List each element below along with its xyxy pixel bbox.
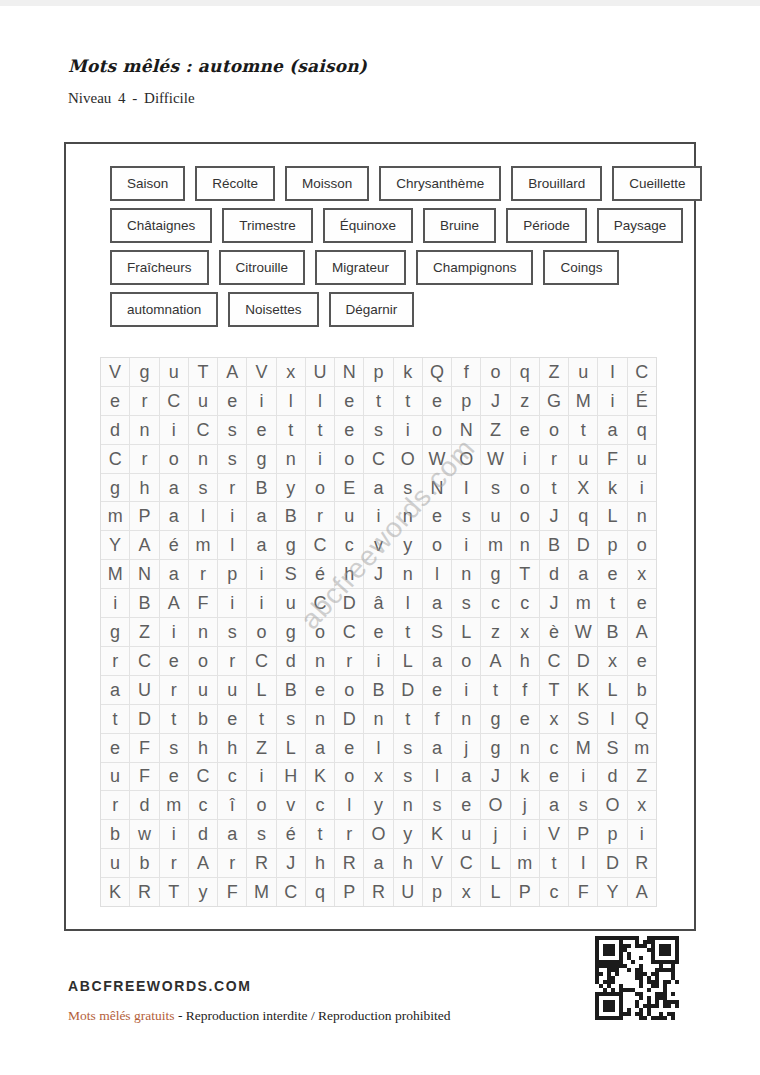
grid-cell: s (394, 474, 422, 502)
grid-cell: p (218, 560, 246, 588)
page-top-edge (0, 0, 760, 6)
grid-cell: B (540, 531, 568, 559)
grid-cell: U (306, 358, 334, 386)
grid-cell: o (189, 647, 217, 675)
grid-cell: R (247, 849, 275, 877)
grid-cell: t (481, 676, 509, 704)
grid-cell: s (364, 416, 392, 444)
grid-cell: a (569, 560, 597, 588)
grid-cell: g (481, 734, 509, 762)
grid-cell: c (540, 734, 568, 762)
grid-cell: S (569, 705, 597, 733)
grid-cell: i (364, 502, 392, 530)
grid-cell: k (394, 358, 422, 386)
grid-cell: e (160, 763, 188, 791)
grid-cell: i (511, 820, 539, 848)
grid-cell: n (628, 502, 656, 530)
grid-cell: è (540, 618, 568, 646)
word-box: Paysage (597, 208, 684, 243)
grid-cell: e (628, 647, 656, 675)
grid-cell: z (511, 387, 539, 415)
grid-cell: L (481, 849, 509, 877)
grid-cell: j (481, 820, 509, 848)
grid-cell: D (335, 705, 363, 733)
grid-cell: u (277, 589, 305, 617)
grid-cell: R (335, 849, 363, 877)
grid-cell: r (160, 676, 188, 704)
grid-cell: C (306, 589, 334, 617)
grid-cell: é (306, 560, 334, 588)
grid-cell: n (277, 445, 305, 473)
grid-cell: b (189, 705, 217, 733)
grid-cell: K (569, 676, 597, 704)
grid-cell: A (628, 878, 656, 906)
grid-cell: I (598, 705, 626, 733)
grid-cell: K (423, 820, 451, 848)
grid-cell: i (160, 820, 188, 848)
grid-cell: c (306, 791, 334, 819)
grid-cell: v (364, 531, 392, 559)
grid-cell: T (160, 878, 188, 906)
grid-cell: i (628, 820, 656, 848)
grid-cell: g (277, 618, 305, 646)
grid-cell: g (481, 560, 509, 588)
grid-cell: e (160, 647, 188, 675)
grid-cell: T (511, 560, 539, 588)
grid-cell: W (423, 445, 451, 473)
grid-cell: F (218, 878, 246, 906)
grid-cell: x (540, 705, 568, 733)
word-box: Chrysanthème (379, 166, 501, 201)
grid-cell: O (452, 445, 480, 473)
grid-cell: t (394, 705, 422, 733)
grid-cell: C (628, 358, 656, 386)
grid-cell: D (598, 849, 626, 877)
grid-cell: w (130, 820, 158, 848)
word-box: Cueillette (612, 166, 702, 201)
grid-cell: V (540, 820, 568, 848)
grid-cell: o (423, 416, 451, 444)
grid-cell: i (364, 647, 392, 675)
grid-cell: C (160, 387, 188, 415)
grid-cell: s (394, 763, 422, 791)
grid-cell: r (218, 849, 246, 877)
grid-cell: J (277, 849, 305, 877)
grid-cell: u (189, 387, 217, 415)
grid-cell: t (394, 618, 422, 646)
grid-cell: r (335, 647, 363, 675)
grid-cell: D (394, 676, 422, 704)
puzzle-page: Mots mêlés : automne (saison) Niveau 4 -… (0, 0, 760, 1075)
grid-cell: e (423, 676, 451, 704)
grid-cell: p (598, 820, 626, 848)
grid-cell: z (481, 618, 509, 646)
grid-cell: C (189, 763, 217, 791)
grid-cell: a (160, 502, 188, 530)
grid-cell: I (569, 849, 597, 877)
grid-cell: C (101, 445, 129, 473)
grid-cell: C (247, 647, 275, 675)
grid-cell: r (540, 445, 568, 473)
grid-cell: o (628, 531, 656, 559)
grid-cell: d (277, 647, 305, 675)
grid-cell: n (306, 647, 334, 675)
grid-cell: V (247, 358, 275, 386)
grid-cell: h (189, 734, 217, 762)
qr-code (595, 936, 679, 1020)
grid-cell: a (160, 560, 188, 588)
grid-cell: B (277, 502, 305, 530)
grid-cell: t (247, 705, 275, 733)
word-box: Champignons (416, 250, 533, 285)
grid-cell: e (540, 763, 568, 791)
grid-cell: p (423, 878, 451, 906)
site-name: ABCFREEWORDS.COM (68, 978, 251, 994)
grid-cell: i (394, 416, 422, 444)
grid-cell: J (481, 387, 509, 415)
grid-cell: Z (481, 416, 509, 444)
grid-cell: i (101, 589, 129, 617)
grid-cell: e (247, 416, 275, 444)
grid-cell: N (423, 474, 451, 502)
grid-cell: J (540, 502, 568, 530)
grid-cell: K (306, 763, 334, 791)
grid-cell: s (452, 589, 480, 617)
grid-cell: l (189, 502, 217, 530)
grid-cell: B (277, 676, 305, 704)
grid-cell: o (306, 618, 334, 646)
grid-cell: m (101, 502, 129, 530)
grid-cell: e (364, 618, 392, 646)
grid-cell: o (511, 502, 539, 530)
word-box: Trimestre (222, 208, 313, 243)
grid-cell: F (130, 763, 158, 791)
grid-cell: n (189, 445, 217, 473)
grid-cell: n (394, 502, 422, 530)
grid-cell: D (569, 531, 597, 559)
grid-cell: N (130, 560, 158, 588)
grid-cell: L (598, 676, 626, 704)
qr-module (675, 1016, 679, 1020)
grid-cell: i (598, 387, 626, 415)
grid-cell: o (511, 474, 539, 502)
word-box: Brouillard (511, 166, 602, 201)
grid-cell: i (218, 502, 246, 530)
grid-cell: y (394, 820, 422, 848)
word-box: Bruine (423, 208, 496, 243)
grid-cell: t (540, 849, 568, 877)
grid-cell: g (277, 531, 305, 559)
grid-cell: o (247, 618, 275, 646)
grid-cell: i (628, 474, 656, 502)
grid-cell: V (101, 358, 129, 386)
grid-cell: P (335, 878, 363, 906)
grid-cell: u (335, 502, 363, 530)
grid-cell: S (423, 618, 451, 646)
difficulty-level: Niveau 4 - Difficile (68, 90, 195, 107)
grid-cell: h (218, 734, 246, 762)
grid-cell: h (511, 647, 539, 675)
grid-cell: c (511, 589, 539, 617)
grid-cell: d (598, 763, 626, 791)
grid-cell: Q (628, 705, 656, 733)
grid-cell: e (452, 791, 480, 819)
grid-cell: Y (101, 531, 129, 559)
grid-cell: e (218, 705, 246, 733)
grid-cell: u (569, 445, 597, 473)
grid-cell: i (160, 416, 188, 444)
grid-cell: g (247, 445, 275, 473)
grid-cell: C (452, 849, 480, 877)
word-box: Moisson (285, 166, 369, 201)
grid-cell: é (160, 531, 188, 559)
grid-cell: N (335, 358, 363, 386)
grid-cell: R (364, 878, 392, 906)
grid-cell: a (247, 531, 275, 559)
grid-cell: U (394, 878, 422, 906)
grid-cell: r (335, 820, 363, 848)
grid-cell: O (394, 445, 422, 473)
grid-cell: J (481, 763, 509, 791)
word-box: Migrateur (315, 250, 406, 285)
grid-cell: H (277, 763, 305, 791)
grid-cell: Z (247, 734, 275, 762)
grid-cell: A (218, 358, 246, 386)
grid-cell: é (277, 820, 305, 848)
grid-cell: u (569, 358, 597, 386)
grid-cell: a (101, 676, 129, 704)
grid-cell: Z (628, 763, 656, 791)
grid-cell: S (277, 560, 305, 588)
grid-cell: o (160, 445, 188, 473)
grid-cell: F (189, 589, 217, 617)
grid-cell: t (540, 474, 568, 502)
grid-cell: u (160, 358, 188, 386)
grid-cell: l (423, 560, 451, 588)
word-box: Saison (110, 166, 185, 201)
grid-cell: l (335, 791, 363, 819)
grid-cell: a (218, 820, 246, 848)
grid-cell: n (394, 560, 422, 588)
grid-cell: e (511, 416, 539, 444)
grid-cell: E (335, 474, 363, 502)
grid-cell: A (160, 589, 188, 617)
grid-cell: i (569, 763, 597, 791)
grid-cell: É (628, 387, 656, 415)
grid-cell: n (452, 560, 480, 588)
grid-cell: o (306, 474, 334, 502)
tagline-accent: Mots mêlés gratuits (68, 1008, 175, 1023)
grid-cell: v (277, 791, 305, 819)
grid-cell: q (306, 878, 334, 906)
word-row: SaisonRécolteMoissonChrysanthèmeBrouilla… (110, 166, 655, 201)
grid-cell: L (598, 502, 626, 530)
grid-cell: i (247, 589, 275, 617)
grid-cell: n (511, 531, 539, 559)
grid-cell: r (306, 502, 334, 530)
grid-cell: j (452, 734, 480, 762)
grid-cell: C (335, 618, 363, 646)
grid-cell: M (247, 878, 275, 906)
grid-cell: c (335, 531, 363, 559)
grid-cell: o (540, 416, 568, 444)
grid-cell: W (481, 445, 509, 473)
grid-cell: x (364, 763, 392, 791)
grid-cell: r (101, 647, 129, 675)
word-box: Fraîcheurs (110, 250, 209, 285)
grid-cell: N (452, 416, 480, 444)
grid-cell: n (364, 705, 392, 733)
grid-cell: m (511, 849, 539, 877)
word-box: Citrouille (219, 250, 306, 285)
grid-cell: y (364, 791, 392, 819)
grid-cell: C (306, 531, 334, 559)
copyright-line: Mots mêlés gratuits - Reproduction inter… (68, 1008, 450, 1024)
grid-cell: t (598, 589, 626, 617)
grid-cell: s (160, 734, 188, 762)
word-box: Période (506, 208, 587, 243)
grid-cell: Z (540, 358, 568, 386)
word-row: ChâtaignesTrimestreÉquinoxeBruinePériode… (110, 208, 655, 243)
grid-cell: A (481, 647, 509, 675)
grid-cell: e (218, 387, 246, 415)
grid-cell: t (277, 416, 305, 444)
word-box: Coings (543, 250, 619, 285)
grid-cell: Q (423, 358, 451, 386)
grid-cell: t (306, 820, 334, 848)
grid-cell: T (189, 358, 217, 386)
grid-cell: b (101, 820, 129, 848)
grid-cell: s (481, 474, 509, 502)
grid-cell: T (540, 676, 568, 704)
grid-cell: o (481, 358, 509, 386)
grid-cell: n (130, 416, 158, 444)
grid-cell: u (481, 502, 509, 530)
word-box: Récolte (195, 166, 275, 201)
grid-cell: f (511, 676, 539, 704)
grid-cell: s (247, 820, 275, 848)
grid-cell: B (598, 618, 626, 646)
word-box: automnation (110, 292, 218, 327)
grid-cell: e (511, 705, 539, 733)
grid-cell: o (452, 647, 480, 675)
grid-cell: u (101, 849, 129, 877)
grid-cell: L (394, 647, 422, 675)
grid-cell: k (598, 474, 626, 502)
grid-cell: o (423, 531, 451, 559)
grid-cell: g (101, 474, 129, 502)
grid-cell: h (306, 849, 334, 877)
grid-cell: j (511, 791, 539, 819)
grid-cell: S (598, 734, 626, 762)
word-box: Équinoxe (323, 208, 413, 243)
grid-cell: n (306, 705, 334, 733)
grid-cell: K (101, 878, 129, 906)
grid-cell: î (218, 791, 246, 819)
tagline-rest: - Reproduction interdite / Reproduction … (175, 1008, 451, 1023)
grid-cell: g (130, 358, 158, 386)
grid-cell: X (569, 474, 597, 502)
grid-cell: f (423, 705, 451, 733)
grid-cell: i (452, 676, 480, 704)
grid-cell: A (189, 849, 217, 877)
grid-cell: l (423, 763, 451, 791)
grid-cell: O (598, 791, 626, 819)
grid-cell: l (364, 734, 392, 762)
grid-cell: P (130, 502, 158, 530)
grid-cell: I (452, 474, 480, 502)
grid-cell: u (452, 820, 480, 848)
grid-cell: a (423, 589, 451, 617)
grid-cell: m (189, 531, 217, 559)
grid-cell: m (569, 589, 597, 617)
grid-cell: s (218, 416, 246, 444)
grid-cell: s (569, 791, 597, 819)
grid-cell: r (218, 647, 246, 675)
word-row: FraîcheursCitrouilleMigrateurChampignons… (110, 250, 655, 285)
grid-cell: h (335, 560, 363, 588)
grid-cell: l (394, 589, 422, 617)
grid-cell: a (540, 791, 568, 819)
grid-cell: e (335, 416, 363, 444)
grid-cell: t (101, 705, 129, 733)
grid-cell: F (598, 445, 626, 473)
grid-cell: m (628, 734, 656, 762)
grid-cell: e (306, 676, 334, 704)
grid-cell: g (101, 618, 129, 646)
grid-cell: r (101, 791, 129, 819)
grid-cell: i (160, 618, 188, 646)
grid-cell: C (189, 416, 217, 444)
grid-cell: u (628, 445, 656, 473)
grid-cell: B (247, 474, 275, 502)
grid-cell: B (364, 676, 392, 704)
grid-cell: s (189, 474, 217, 502)
grid-cell: r (130, 387, 158, 415)
grid-cell: e (423, 502, 451, 530)
grid-cell: d (189, 820, 217, 848)
grid-cell: k (511, 763, 539, 791)
grid-cell: i (247, 560, 275, 588)
grid-cell: F (569, 878, 597, 906)
grid-cell: M (569, 387, 597, 415)
grid-cell: o (335, 763, 363, 791)
word-box: Noisettes (228, 292, 318, 327)
grid-cell: p (598, 531, 626, 559)
grid-cell: d (540, 560, 568, 588)
grid-cell: o (335, 445, 363, 473)
grid-cell: x (511, 618, 539, 646)
grid-cell: e (423, 387, 451, 415)
grid-cell: a (423, 734, 451, 762)
grid-cell: y (277, 474, 305, 502)
grid-cell: o (335, 676, 363, 704)
grid-cell: P (569, 820, 597, 848)
word-row: automnationNoisettesDégarnir (110, 292, 655, 327)
grid-cell: y (189, 878, 217, 906)
word-box: Châtaignes (110, 208, 212, 243)
grid-cell: s (423, 791, 451, 819)
grid-cell: C (277, 878, 305, 906)
grid-cell: r (130, 445, 158, 473)
grid-cell: l (306, 387, 334, 415)
grid-cell: b (628, 676, 656, 704)
word-box: Dégarnir (329, 292, 415, 327)
grid-cell: s (218, 445, 246, 473)
grid-cell: a (423, 647, 451, 675)
grid-cell: P (511, 878, 539, 906)
grid-cell: y (394, 531, 422, 559)
